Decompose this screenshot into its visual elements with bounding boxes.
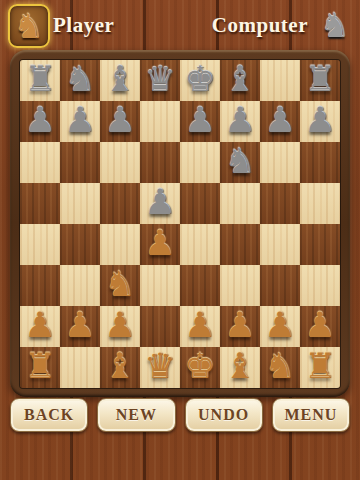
black-r-piece: ♜ xyxy=(304,62,335,97)
square-e4[interactable] xyxy=(180,224,220,265)
square-c4[interactable] xyxy=(100,224,140,265)
white-r-piece: ♜ xyxy=(24,349,55,384)
square-h4[interactable] xyxy=(300,224,340,265)
square-a2[interactable]: ♟ xyxy=(20,306,60,347)
square-a3[interactable] xyxy=(20,265,60,306)
square-e3[interactable] xyxy=(180,265,220,306)
square-b2[interactable]: ♟ xyxy=(60,306,100,347)
square-c2[interactable]: ♟ xyxy=(100,306,140,347)
square-g8[interactable] xyxy=(260,60,300,101)
computer-label: Computer xyxy=(212,13,308,38)
square-f2[interactable]: ♟ xyxy=(220,306,260,347)
square-e5[interactable] xyxy=(180,183,220,224)
white-p-piece: ♟ xyxy=(304,308,335,343)
white-p-piece: ♟ xyxy=(224,308,255,343)
square-e8[interactable]: ♚ xyxy=(180,60,220,101)
new-button[interactable]: NEW xyxy=(97,398,175,432)
square-g7[interactable]: ♟ xyxy=(260,101,300,142)
undo-button[interactable]: UNDO xyxy=(185,398,263,432)
white-b-piece: ♝ xyxy=(104,349,135,384)
square-b4[interactable] xyxy=(60,224,100,265)
square-a4[interactable] xyxy=(20,224,60,265)
square-c5[interactable] xyxy=(100,183,140,224)
black-p-piece: ♟ xyxy=(104,103,135,138)
square-b7[interactable]: ♟ xyxy=(60,101,100,142)
square-a8[interactable]: ♜ xyxy=(20,60,60,101)
white-p-piece: ♟ xyxy=(104,308,135,343)
square-h6[interactable] xyxy=(300,142,340,183)
square-f6[interactable]: ♞ xyxy=(220,142,260,183)
square-b3[interactable] xyxy=(60,265,100,306)
white-q-piece: ♛ xyxy=(144,349,175,384)
square-b5[interactable] xyxy=(60,183,100,224)
black-p-piece: ♟ xyxy=(184,103,215,138)
square-h3[interactable] xyxy=(300,265,340,306)
chess-board: ♜♞♝♛♚♝♜♟♟♟♟♟♟♟♞♟♟♞♟♟♟♟♟♟♟♜♝♛♚♝♞♜ xyxy=(20,60,340,388)
square-c3[interactable]: ♞ xyxy=(100,265,140,306)
square-f3[interactable] xyxy=(220,265,260,306)
square-e1[interactable]: ♚ xyxy=(180,347,220,388)
square-f4[interactable] xyxy=(220,224,260,265)
black-k-piece: ♚ xyxy=(184,62,215,97)
black-p-piece: ♟ xyxy=(64,103,95,138)
white-p-piece: ♟ xyxy=(24,308,55,343)
white-p-piece: ♟ xyxy=(144,226,175,261)
player-turn-indicator: ♞ xyxy=(8,4,50,48)
square-g6[interactable] xyxy=(260,142,300,183)
square-h1[interactable]: ♜ xyxy=(300,347,340,388)
white-k-piece: ♚ xyxy=(184,349,215,384)
square-d5[interactable]: ♟ xyxy=(140,183,180,224)
board-frame: ♜♞♝♛♚♝♜♟♟♟♟♟♟♟♞♟♟♞♟♟♟♟♟♟♟♜♝♛♚♝♞♜ xyxy=(10,50,350,397)
black-n-piece: ♞ xyxy=(64,62,95,97)
white-p-piece: ♟ xyxy=(64,308,95,343)
black-p-piece: ♟ xyxy=(304,103,335,138)
header: ♞ Player Computer ♞ xyxy=(0,0,360,50)
square-d2[interactable] xyxy=(140,306,180,347)
square-g5[interactable] xyxy=(260,183,300,224)
square-e2[interactable]: ♟ xyxy=(180,306,220,347)
square-f8[interactable]: ♝ xyxy=(220,60,260,101)
square-b6[interactable] xyxy=(60,142,100,183)
square-d8[interactable]: ♛ xyxy=(140,60,180,101)
square-a7[interactable]: ♟ xyxy=(20,101,60,142)
square-f5[interactable] xyxy=(220,183,260,224)
square-g4[interactable] xyxy=(260,224,300,265)
square-c8[interactable]: ♝ xyxy=(100,60,140,101)
square-c6[interactable] xyxy=(100,142,140,183)
black-p-piece: ♟ xyxy=(224,103,255,138)
square-c7[interactable]: ♟ xyxy=(100,101,140,142)
black-p-piece: ♟ xyxy=(144,185,175,220)
square-d7[interactable] xyxy=(140,101,180,142)
black-b-piece: ♝ xyxy=(224,62,255,97)
square-d4[interactable]: ♟ xyxy=(140,224,180,265)
black-n-piece: ♞ xyxy=(224,144,255,179)
toolbar: BACK NEW UNDO MENU xyxy=(10,398,350,432)
square-g1[interactable]: ♞ xyxy=(260,347,300,388)
white-p-piece: ♟ xyxy=(184,308,215,343)
player-label: Player xyxy=(53,13,114,38)
square-e6[interactable] xyxy=(180,142,220,183)
black-q-piece: ♛ xyxy=(144,62,175,97)
black-p-piece: ♟ xyxy=(24,103,55,138)
square-f1[interactable]: ♝ xyxy=(220,347,260,388)
white-n-piece: ♞ xyxy=(264,349,295,384)
square-g3[interactable] xyxy=(260,265,300,306)
white-n-piece: ♞ xyxy=(104,267,135,302)
white-r-piece: ♜ xyxy=(304,349,335,384)
square-a6[interactable] xyxy=(20,142,60,183)
square-f7[interactable]: ♟ xyxy=(220,101,260,142)
square-c1[interactable]: ♝ xyxy=(100,347,140,388)
square-b1[interactable] xyxy=(60,347,100,388)
square-a5[interactable] xyxy=(20,183,60,224)
computer-knight-icon: ♞ xyxy=(320,8,350,42)
square-d1[interactable]: ♛ xyxy=(140,347,180,388)
player-knight-icon: ♞ xyxy=(14,9,44,43)
square-h7[interactable]: ♟ xyxy=(300,101,340,142)
square-e7[interactable]: ♟ xyxy=(180,101,220,142)
square-h8[interactable]: ♜ xyxy=(300,60,340,101)
black-p-piece: ♟ xyxy=(264,103,295,138)
square-d3[interactable] xyxy=(140,265,180,306)
square-a1[interactable]: ♜ xyxy=(20,347,60,388)
black-b-piece: ♝ xyxy=(104,62,135,97)
square-h5[interactable] xyxy=(300,183,340,224)
computer-icon-box: ♞ xyxy=(314,4,356,46)
white-p-piece: ♟ xyxy=(264,308,295,343)
square-d6[interactable] xyxy=(140,142,180,183)
square-g2[interactable]: ♟ xyxy=(260,306,300,347)
black-r-piece: ♜ xyxy=(24,62,55,97)
menu-button[interactable]: MENU xyxy=(272,398,350,432)
square-h2[interactable]: ♟ xyxy=(300,306,340,347)
back-button[interactable]: BACK xyxy=(10,398,88,432)
square-b8[interactable]: ♞ xyxy=(60,60,100,101)
white-b-piece: ♝ xyxy=(224,349,255,384)
